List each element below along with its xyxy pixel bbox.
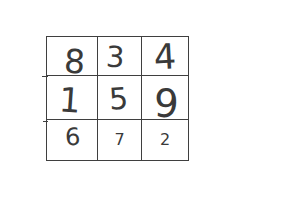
cell-digit: 8	[63, 44, 86, 78]
cell-r2c2[interactable]: 2	[142, 120, 188, 160]
cell-r0c1[interactable]: 3	[98, 37, 142, 76]
cell-r0c0[interactable]: 8	[47, 37, 98, 76]
cell-digit: 5	[108, 83, 129, 114]
paint-canvas: 8 3 4 1 5 9 6 7 2	[0, 0, 295, 221]
cell-digit: 4	[153, 39, 177, 75]
cell-digit: 9	[153, 84, 179, 124]
cell-r2c1[interactable]: 7	[98, 120, 142, 160]
cell-digit: 6	[65, 125, 82, 150]
cell-r1c1[interactable]: 5	[98, 76, 142, 120]
cell-r2c0[interactable]: 6	[47, 120, 98, 160]
cell-r0c2[interactable]: 4	[142, 37, 188, 76]
cell-digit: 7	[114, 132, 124, 148]
cell-r1c2[interactable]: 9	[142, 76, 188, 120]
cell-digit: 3	[106, 42, 126, 72]
magic-square-board: 8 3 4 1 5 9 6 7 2	[46, 36, 189, 161]
cell-digit: 1	[58, 82, 82, 117]
cell-digit: 2	[160, 132, 170, 148]
cell-r1c0[interactable]: 1	[47, 76, 98, 120]
